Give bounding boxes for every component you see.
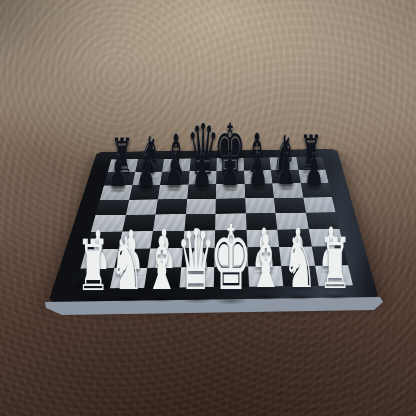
piece-white-rook-a1[interactable]: ♜ bbox=[76, 231, 109, 301]
piece-black-pawn-a7[interactable]: ♟ bbox=[108, 150, 128, 193]
piece-black-pawn-f7[interactable]: ♟ bbox=[248, 148, 268, 191]
pieces-layer: ♜♞♝♛♚♝♞♜♟♟♟♟♟♟♟♟♟♟♟♟♟♟♟♟♜♞♝♛♚♝♞♜ bbox=[0, 0, 416, 416]
piece-white-king-e1[interactable]: ♚ bbox=[210, 214, 251, 303]
piece-white-bishop-f1[interactable]: ♝ bbox=[249, 227, 283, 300]
piece-white-knight-g1[interactable]: ♞ bbox=[283, 226, 317, 299]
piece-white-bishop-c1[interactable]: ♝ bbox=[145, 228, 179, 301]
piece-black-pawn-e7[interactable]: ♟ bbox=[220, 148, 240, 191]
photo-scene: ♜♞♝♛♚♝♞♜♟♟♟♟♟♟♟♟♟♟♟♟♟♟♟♟♜♞♝♛♚♝♞♜ bbox=[0, 0, 416, 416]
piece-white-knight-b1[interactable]: ♞ bbox=[110, 228, 144, 301]
piece-black-pawn-g7[interactable]: ♟ bbox=[276, 148, 296, 191]
piece-black-pawn-b7[interactable]: ♟ bbox=[136, 149, 156, 192]
piece-black-pawn-d7[interactable]: ♟ bbox=[192, 149, 212, 192]
piece-black-pawn-c7[interactable]: ♟ bbox=[164, 149, 184, 192]
piece-black-pawn-h7[interactable]: ♟ bbox=[304, 147, 324, 190]
piece-white-rook-h1[interactable]: ♜ bbox=[319, 228, 352, 298]
